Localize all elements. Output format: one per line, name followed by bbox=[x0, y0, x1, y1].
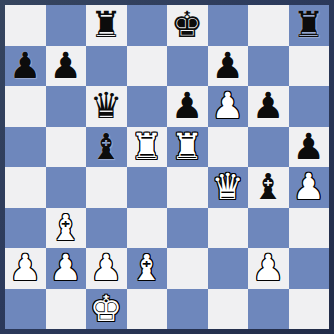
square-f7[interactable]: ♟ bbox=[208, 46, 249, 87]
chess-board: ♜♚♜♟♟♟♛♟♟♟♝♜♜♟♛♝♟♝♟♟♟♝♟♚ bbox=[5, 5, 329, 329]
square-f2[interactable] bbox=[208, 248, 249, 289]
square-c3[interactable] bbox=[86, 208, 127, 249]
square-e2[interactable] bbox=[167, 248, 208, 289]
square-g6[interactable]: ♟ bbox=[248, 86, 289, 127]
square-c5[interactable]: ♝ bbox=[86, 127, 127, 168]
square-e1[interactable] bbox=[167, 289, 208, 330]
square-d1[interactable] bbox=[127, 289, 168, 330]
white-rook-e5[interactable]: ♜ bbox=[171, 127, 203, 168]
square-a1[interactable] bbox=[5, 289, 46, 330]
square-e5[interactable]: ♜ bbox=[167, 127, 208, 168]
square-d4[interactable] bbox=[127, 167, 168, 208]
white-pawn-g2[interactable]: ♟ bbox=[252, 248, 284, 289]
square-a3[interactable] bbox=[5, 208, 46, 249]
square-f6[interactable]: ♟ bbox=[208, 86, 249, 127]
square-b6[interactable] bbox=[46, 86, 87, 127]
white-rook-d5[interactable]: ♜ bbox=[131, 127, 163, 168]
square-c4[interactable] bbox=[86, 167, 127, 208]
black-rook-c8[interactable]: ♜ bbox=[90, 5, 122, 46]
square-e6[interactable]: ♟ bbox=[167, 86, 208, 127]
square-f3[interactable] bbox=[208, 208, 249, 249]
square-b2[interactable]: ♟ bbox=[46, 248, 87, 289]
square-a4[interactable] bbox=[5, 167, 46, 208]
white-pawn-a2[interactable]: ♟ bbox=[9, 248, 41, 289]
square-g4[interactable]: ♝ bbox=[248, 167, 289, 208]
square-d5[interactable]: ♜ bbox=[127, 127, 168, 168]
square-h6[interactable] bbox=[289, 86, 330, 127]
white-bishop-b3[interactable]: ♝ bbox=[50, 208, 82, 249]
square-b4[interactable] bbox=[46, 167, 87, 208]
white-king-c1[interactable]: ♚ bbox=[90, 289, 122, 330]
square-f8[interactable] bbox=[208, 5, 249, 46]
square-a8[interactable] bbox=[5, 5, 46, 46]
square-e4[interactable] bbox=[167, 167, 208, 208]
black-bishop-g4[interactable]: ♝ bbox=[252, 167, 284, 208]
white-queen-f4[interactable]: ♛ bbox=[212, 167, 244, 208]
black-pawn-h5[interactable]: ♟ bbox=[293, 127, 325, 168]
square-b1[interactable] bbox=[46, 289, 87, 330]
square-h1[interactable] bbox=[289, 289, 330, 330]
black-queen-c6[interactable]: ♛ bbox=[90, 86, 122, 127]
square-f1[interactable] bbox=[208, 289, 249, 330]
white-pawn-h4[interactable]: ♟ bbox=[293, 167, 325, 208]
square-f4[interactable]: ♛ bbox=[208, 167, 249, 208]
white-pawn-b2[interactable]: ♟ bbox=[50, 248, 82, 289]
square-d6[interactable] bbox=[127, 86, 168, 127]
square-h4[interactable]: ♟ bbox=[289, 167, 330, 208]
square-g7[interactable] bbox=[248, 46, 289, 87]
black-rook-h8[interactable]: ♜ bbox=[293, 5, 325, 46]
square-h7[interactable] bbox=[289, 46, 330, 87]
black-pawn-a7[interactable]: ♟ bbox=[9, 46, 41, 87]
square-f5[interactable] bbox=[208, 127, 249, 168]
black-bishop-c5[interactable]: ♝ bbox=[90, 127, 122, 168]
square-h8[interactable]: ♜ bbox=[289, 5, 330, 46]
square-g2[interactable]: ♟ bbox=[248, 248, 289, 289]
square-g8[interactable] bbox=[248, 5, 289, 46]
square-d3[interactable] bbox=[127, 208, 168, 249]
square-c6[interactable]: ♛ bbox=[86, 86, 127, 127]
square-b7[interactable]: ♟ bbox=[46, 46, 87, 87]
square-a7[interactable]: ♟ bbox=[5, 46, 46, 87]
square-b3[interactable]: ♝ bbox=[46, 208, 87, 249]
square-h5[interactable]: ♟ bbox=[289, 127, 330, 168]
square-c2[interactable]: ♟ bbox=[86, 248, 127, 289]
white-bishop-d2[interactable]: ♝ bbox=[131, 248, 163, 289]
black-pawn-e6[interactable]: ♟ bbox=[171, 86, 203, 127]
square-e8[interactable]: ♚ bbox=[167, 5, 208, 46]
square-g3[interactable] bbox=[248, 208, 289, 249]
black-pawn-g6[interactable]: ♟ bbox=[252, 86, 284, 127]
square-e7[interactable] bbox=[167, 46, 208, 87]
square-h2[interactable] bbox=[289, 248, 330, 289]
black-pawn-b7[interactable]: ♟ bbox=[50, 46, 82, 87]
square-a2[interactable]: ♟ bbox=[5, 248, 46, 289]
square-d2[interactable]: ♝ bbox=[127, 248, 168, 289]
square-d8[interactable] bbox=[127, 5, 168, 46]
square-c8[interactable]: ♜ bbox=[86, 5, 127, 46]
square-c7[interactable] bbox=[86, 46, 127, 87]
black-king-e8[interactable]: ♚ bbox=[171, 5, 203, 46]
square-g1[interactable] bbox=[248, 289, 289, 330]
square-a5[interactable] bbox=[5, 127, 46, 168]
square-c1[interactable]: ♚ bbox=[86, 289, 127, 330]
square-h3[interactable] bbox=[289, 208, 330, 249]
white-pawn-f6[interactable]: ♟ bbox=[212, 86, 244, 127]
square-b8[interactable] bbox=[46, 5, 87, 46]
square-d7[interactable] bbox=[127, 46, 168, 87]
black-pawn-f7[interactable]: ♟ bbox=[212, 46, 244, 87]
white-pawn-c2[interactable]: ♟ bbox=[90, 248, 122, 289]
square-g5[interactable] bbox=[248, 127, 289, 168]
square-b5[interactable] bbox=[46, 127, 87, 168]
square-a6[interactable] bbox=[5, 86, 46, 127]
chess-board-frame: ♜♚♜♟♟♟♛♟♟♟♝♜♜♟♛♝♟♝♟♟♟♝♟♚ bbox=[0, 0, 334, 334]
square-e3[interactable] bbox=[167, 208, 208, 249]
